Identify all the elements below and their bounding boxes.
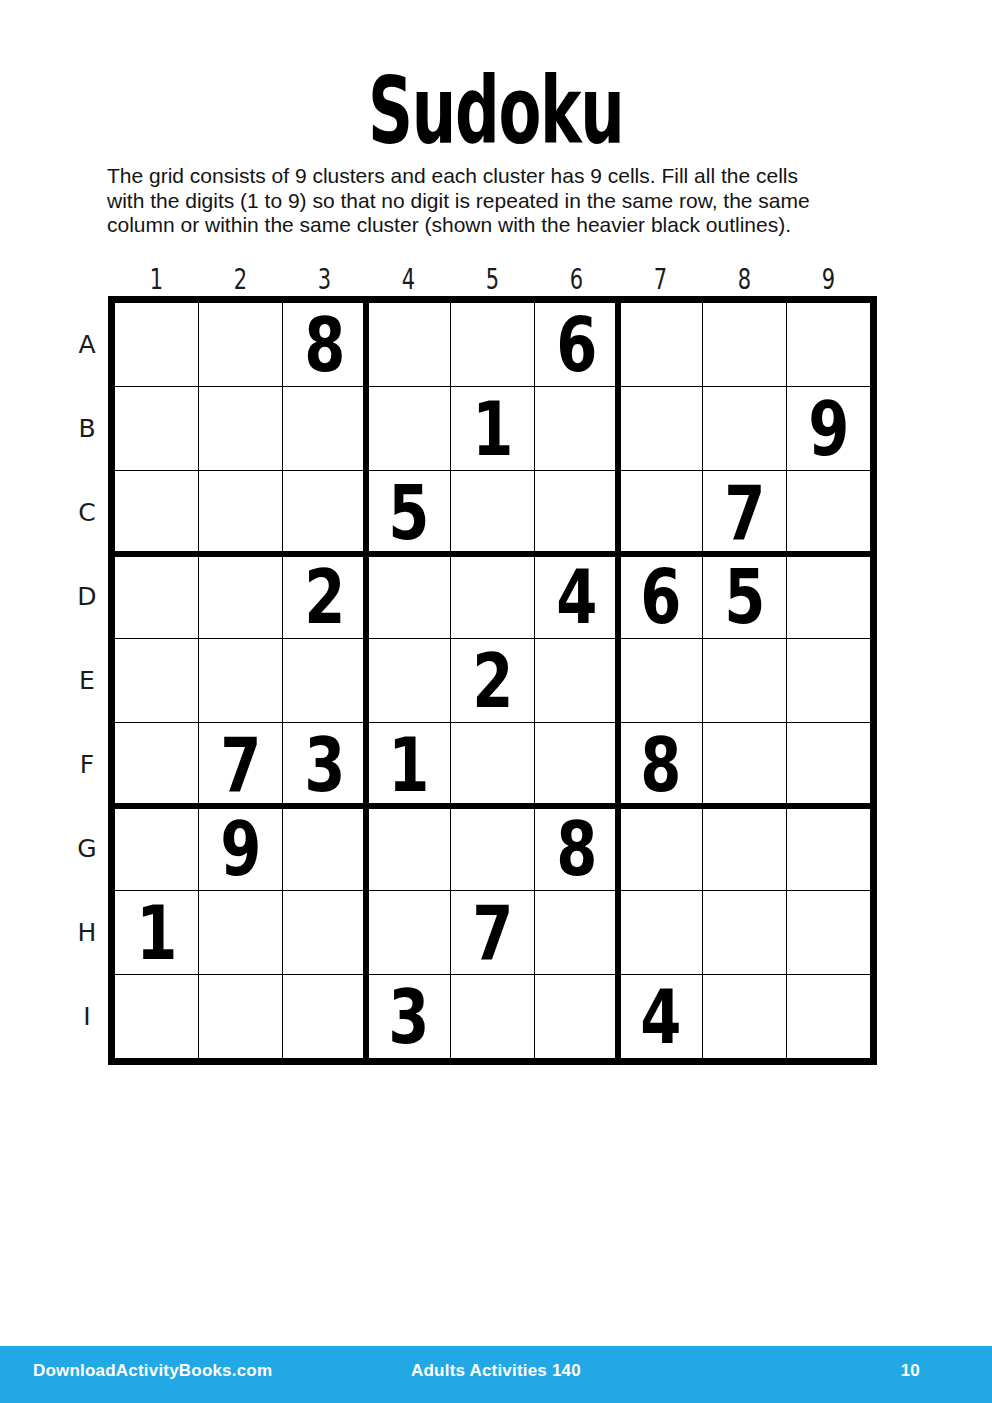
given-digit: 1 bbox=[472, 392, 513, 466]
cell-B6 bbox=[535, 387, 618, 470]
given-digit: 6 bbox=[556, 308, 597, 382]
cell-A4 bbox=[367, 303, 450, 386]
cell-B8 bbox=[703, 387, 786, 470]
cell-C3 bbox=[283, 471, 366, 554]
cell-H2 bbox=[199, 891, 282, 974]
cell-B2 bbox=[199, 387, 282, 470]
cell-I7: 4 bbox=[619, 975, 702, 1058]
cell-D9 bbox=[787, 555, 870, 638]
cell-E1 bbox=[115, 639, 198, 722]
cell-F1 bbox=[115, 723, 198, 806]
cell-G4 bbox=[367, 807, 450, 890]
cell-B3 bbox=[283, 387, 366, 470]
given-digit: 2 bbox=[304, 560, 345, 634]
given-digit: 8 bbox=[304, 308, 345, 382]
cell-D2 bbox=[199, 555, 282, 638]
cell-E5: 2 bbox=[451, 639, 534, 722]
sudoku-board: 861957246527318981734 bbox=[108, 296, 877, 1065]
row-label-E: E bbox=[66, 639, 108, 722]
row-label-I: I bbox=[66, 975, 108, 1058]
given-digit: 6 bbox=[640, 560, 681, 634]
cell-C2 bbox=[199, 471, 282, 554]
cell-E7 bbox=[619, 639, 702, 722]
column-label-5: 5 bbox=[461, 263, 523, 296]
row-label-A: A bbox=[66, 303, 108, 386]
column-label-6: 6 bbox=[545, 263, 607, 296]
cell-B5: 1 bbox=[451, 387, 534, 470]
cell-G6: 8 bbox=[535, 807, 618, 890]
cell-I4: 3 bbox=[367, 975, 450, 1058]
cell-H3 bbox=[283, 891, 366, 974]
cell-H5: 7 bbox=[451, 891, 534, 974]
instructions-line: The grid consists of 9 clusters and each… bbox=[107, 164, 907, 189]
cell-A6: 6 bbox=[535, 303, 618, 386]
box-divider-vertical-1 bbox=[363, 303, 369, 1058]
row-label-H: H bbox=[66, 891, 108, 974]
cell-I8 bbox=[703, 975, 786, 1058]
cell-F7: 8 bbox=[619, 723, 702, 806]
cell-C9 bbox=[787, 471, 870, 554]
cell-F3: 3 bbox=[283, 723, 366, 806]
cell-I6 bbox=[535, 975, 618, 1058]
cell-F4: 1 bbox=[367, 723, 450, 806]
given-digit: 1 bbox=[136, 896, 177, 970]
instructions-line: column or within the same cluster (shown… bbox=[107, 213, 907, 238]
cell-H4 bbox=[367, 891, 450, 974]
cell-G2: 9 bbox=[199, 807, 282, 890]
given-digit: 8 bbox=[556, 812, 597, 886]
cell-G5 bbox=[451, 807, 534, 890]
row-labels: ABCDEFGHI bbox=[66, 303, 108, 1058]
cell-D5 bbox=[451, 555, 534, 638]
cell-C8: 7 bbox=[703, 471, 786, 554]
cell-C1 bbox=[115, 471, 198, 554]
cell-F5 bbox=[451, 723, 534, 806]
given-digit: 5 bbox=[724, 560, 765, 634]
cell-D1 bbox=[115, 555, 198, 638]
given-digit: 4 bbox=[640, 980, 681, 1054]
given-digit: 1 bbox=[388, 728, 429, 802]
cell-D4 bbox=[367, 555, 450, 638]
cell-I3 bbox=[283, 975, 366, 1058]
cell-D8: 5 bbox=[703, 555, 786, 638]
column-label-1: 1 bbox=[125, 263, 187, 296]
given-digit: 7 bbox=[724, 476, 765, 550]
cell-E9 bbox=[787, 639, 870, 722]
cell-E2 bbox=[199, 639, 282, 722]
cell-E4 bbox=[367, 639, 450, 722]
cell-H1: 1 bbox=[115, 891, 198, 974]
row-label-F: F bbox=[66, 723, 108, 806]
footer-book-title: Adults Activities 140 bbox=[0, 1361, 992, 1381]
cell-B7 bbox=[619, 387, 702, 470]
page-root: { "game": "sudoku", "position": "..8..6.… bbox=[0, 0, 992, 1403]
cell-A7 bbox=[619, 303, 702, 386]
cell-D6: 4 bbox=[535, 555, 618, 638]
cell-H7 bbox=[619, 891, 702, 974]
cell-B9: 9 bbox=[787, 387, 870, 470]
cell-H9 bbox=[787, 891, 870, 974]
page-title: Sudoku bbox=[0, 58, 992, 165]
cell-G1 bbox=[115, 807, 198, 890]
cell-A5 bbox=[451, 303, 534, 386]
given-digit: 4 bbox=[556, 560, 597, 634]
cell-A8 bbox=[703, 303, 786, 386]
box-divider-vertical-2 bbox=[615, 303, 621, 1058]
column-label-4: 4 bbox=[377, 263, 439, 296]
cell-F9 bbox=[787, 723, 870, 806]
row-label-D: D bbox=[66, 555, 108, 638]
cell-G3 bbox=[283, 807, 366, 890]
column-labels: 123456789 bbox=[115, 263, 870, 296]
cell-F6 bbox=[535, 723, 618, 806]
cell-G7 bbox=[619, 807, 702, 890]
cell-C6 bbox=[535, 471, 618, 554]
cell-E6 bbox=[535, 639, 618, 722]
footer-page-number: 10 bbox=[901, 1361, 920, 1381]
cell-E3 bbox=[283, 639, 366, 722]
cell-A2 bbox=[199, 303, 282, 386]
cell-A3: 8 bbox=[283, 303, 366, 386]
cell-E8 bbox=[703, 639, 786, 722]
given-digit: 9 bbox=[220, 812, 261, 886]
cell-I2 bbox=[199, 975, 282, 1058]
cell-D7: 6 bbox=[619, 555, 702, 638]
instructions: The grid consists of 9 clusters and each… bbox=[107, 164, 907, 238]
cell-A9 bbox=[787, 303, 870, 386]
cell-B4 bbox=[367, 387, 450, 470]
instructions-line: with the digits (1 to 9) so that no digi… bbox=[107, 189, 907, 214]
row-label-C: C bbox=[66, 471, 108, 554]
cell-I9 bbox=[787, 975, 870, 1058]
cell-F8 bbox=[703, 723, 786, 806]
cell-G8 bbox=[703, 807, 786, 890]
footer-bar: DownloadActivityBooks.com Adults Activit… bbox=[0, 1346, 992, 1403]
given-digit: 7 bbox=[220, 728, 261, 802]
cell-I1 bbox=[115, 975, 198, 1058]
sudoku-cells: 861957246527318981734 bbox=[115, 303, 870, 1058]
cell-H8 bbox=[703, 891, 786, 974]
given-digit: 8 bbox=[640, 728, 681, 802]
given-digit: 7 bbox=[472, 896, 513, 970]
given-digit: 3 bbox=[304, 728, 345, 802]
cell-C7 bbox=[619, 471, 702, 554]
cell-A1 bbox=[115, 303, 198, 386]
given-digit: 2 bbox=[472, 644, 513, 718]
cell-I5 bbox=[451, 975, 534, 1058]
box-divider-horizontal-1 bbox=[115, 551, 870, 557]
given-digit: 5 bbox=[388, 476, 429, 550]
column-label-7: 7 bbox=[629, 263, 691, 296]
cell-C4: 5 bbox=[367, 471, 450, 554]
column-label-3: 3 bbox=[293, 263, 355, 296]
cell-D3: 2 bbox=[283, 555, 366, 638]
column-label-8: 8 bbox=[713, 263, 775, 296]
column-label-9: 9 bbox=[797, 263, 859, 296]
cell-F2: 7 bbox=[199, 723, 282, 806]
column-label-2: 2 bbox=[209, 263, 271, 296]
row-label-G: G bbox=[66, 807, 108, 890]
box-divider-horizontal-2 bbox=[115, 803, 870, 809]
cell-C5 bbox=[451, 471, 534, 554]
row-label-B: B bbox=[66, 387, 108, 470]
cell-B1 bbox=[115, 387, 198, 470]
given-digit: 3 bbox=[388, 980, 429, 1054]
given-digit: 9 bbox=[808, 392, 849, 466]
cell-G9 bbox=[787, 807, 870, 890]
cell-H6 bbox=[535, 891, 618, 974]
